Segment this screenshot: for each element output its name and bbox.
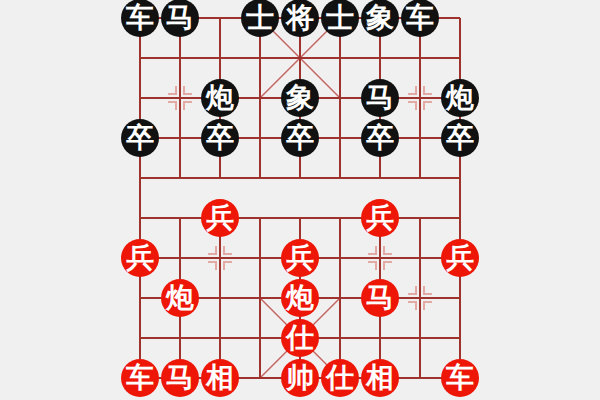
piece-red-soldier[interactable]: 兵	[281, 239, 319, 277]
piece-red-advisor[interactable]: 仕	[281, 319, 319, 357]
piece-red-chariot[interactable]: 车	[441, 359, 479, 397]
piece-red-horse[interactable]: 马	[161, 359, 199, 397]
piece-black-horse[interactable]: 马	[161, 0, 199, 37]
piece-black-soldier[interactable]: 卒	[121, 119, 159, 157]
piece-red-elephant[interactable]: 相	[361, 359, 399, 397]
piece-black-horse[interactable]: 马	[361, 79, 399, 117]
piece-red-general[interactable]: 帅	[281, 359, 319, 397]
piece-red-cannon[interactable]: 炮	[161, 279, 199, 317]
piece-red-elephant[interactable]: 相	[201, 359, 239, 397]
xiangqi-screenshot: 车马士将士象车炮象马炮卒卒卒卒卒兵兵兵兵兵炮炮马仕车马相帅仕相车	[0, 0, 600, 400]
piece-black-soldier[interactable]: 卒	[361, 119, 399, 157]
piece-black-advisor[interactable]: 士	[321, 0, 359, 37]
piece-black-cannon[interactable]: 炮	[201, 79, 239, 117]
xiangqi-board[interactable]: 车马士将士象车炮象马炮卒卒卒卒卒兵兵兵兵兵炮炮马仕车马相帅仕相车	[0, 0, 600, 400]
piece-black-soldier[interactable]: 卒	[441, 119, 479, 157]
piece-red-soldier[interactable]: 兵	[201, 199, 239, 237]
piece-red-cannon[interactable]: 炮	[281, 279, 319, 317]
piece-black-soldier[interactable]: 卒	[281, 119, 319, 157]
piece-red-chariot[interactable]: 车	[121, 359, 159, 397]
piece-black-chariot[interactable]: 车	[401, 0, 439, 37]
piece-black-soldier[interactable]: 卒	[201, 119, 239, 157]
piece-black-general[interactable]: 将	[281, 0, 319, 37]
piece-black-elephant[interactable]: 象	[281, 79, 319, 117]
piece-black-cannon[interactable]: 炮	[441, 79, 479, 117]
piece-red-soldier[interactable]: 兵	[441, 239, 479, 277]
piece-red-advisor[interactable]: 仕	[321, 359, 359, 397]
piece-red-soldier[interactable]: 兵	[361, 199, 399, 237]
piece-black-advisor[interactable]: 士	[241, 0, 279, 37]
piece-black-elephant[interactable]: 象	[361, 0, 399, 37]
piece-red-soldier[interactable]: 兵	[121, 239, 159, 277]
piece-black-chariot[interactable]: 车	[121, 0, 159, 37]
piece-red-horse[interactable]: 马	[361, 279, 399, 317]
